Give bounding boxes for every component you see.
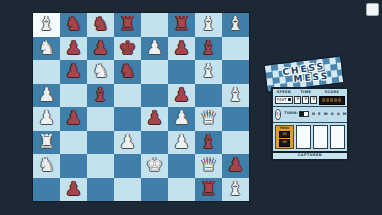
piece-red-king[interactable]: ♚ [119, 38, 136, 57]
square-f8[interactable]: ♜ [168, 13, 195, 37]
square-h3[interactable] [222, 131, 249, 155]
square-f2[interactable] [168, 154, 195, 178]
square-b7[interactable]: ♟ [60, 37, 87, 61]
square-a5[interactable]: ♟ [33, 84, 60, 108]
square-c8[interactable]: ♞ [87, 13, 114, 37]
square-h7[interactable] [222, 37, 249, 61]
square-b1[interactable]: ♟ [60, 178, 87, 202]
piece-red-pawn[interactable]: ♟ [146, 108, 163, 127]
square-c4[interactable] [87, 107, 114, 131]
square-a6[interactable] [33, 60, 60, 84]
square-b2[interactable] [60, 154, 87, 178]
piece-white-pawn[interactable]: ♟ [38, 108, 55, 127]
square-h4[interactable] [222, 107, 249, 131]
square-d5[interactable] [114, 84, 141, 108]
piece-white-queen[interactable]: ♛ [200, 155, 217, 174]
square-c5[interactable]: ♝ [87, 84, 114, 108]
square-d3[interactable]: ♟ [114, 131, 141, 155]
square-f6[interactable] [168, 60, 195, 84]
square-d7[interactable]: ♚ [114, 37, 141, 61]
square-g5[interactable] [195, 84, 222, 108]
turn-label: TURN: [284, 112, 298, 116]
piece-white-bishop[interactable]: ♝ [38, 14, 55, 33]
square-e5[interactable] [141, 84, 168, 108]
piece-white-knight[interactable]: ♞ [38, 38, 55, 57]
score-counter: 00000 [319, 96, 345, 105]
square-e8[interactable] [141, 13, 168, 37]
square-g3[interactable]: ♝ [195, 131, 222, 155]
piece-red-rook[interactable]: ♜ [173, 14, 190, 33]
piece-red-rook[interactable]: ♜ [119, 14, 136, 33]
piece-red-bishop[interactable]: ♝ [200, 38, 217, 57]
turn-indicator: TURN: [284, 111, 309, 117]
square-c7[interactable]: ♟ [87, 37, 114, 61]
piece-red-knight[interactable]: ♞ [92, 14, 109, 33]
square-h1[interactable]: ♝ [222, 178, 249, 202]
square-g8[interactable]: ♝ [195, 13, 222, 37]
speed-dropdown[interactable]: FAST [275, 96, 293, 104]
chevron-down-icon [288, 98, 291, 101]
square-h8[interactable]: ♝ [222, 13, 249, 37]
square-e1[interactable] [141, 178, 168, 202]
piece-white-knight[interactable]: ♞ [38, 155, 55, 174]
restart-button[interactable]: ↻ [275, 109, 281, 120]
square-g4[interactable]: ♛ [195, 107, 222, 131]
piece-red-pawn[interactable]: ♟ [65, 179, 82, 198]
chess-board: ♝♞♞♜♜♝♝♞♟♟♚♟♟♝♟♞♞♝♟♝♟♝♟♟♟♟♛♜♟♟♝♞♚♛♟♟♜♝ [33, 13, 249, 201]
logo-line2: MESS [293, 72, 329, 84]
square-e7[interactable]: ♟ [141, 37, 168, 61]
tray-row: MENU 00 00 [273, 123, 347, 151]
piece-white-pawn[interactable]: ♟ [173, 132, 190, 151]
piece-red-rook[interactable]: ♜ [200, 179, 217, 198]
square-g6[interactable]: ♝ [195, 60, 222, 84]
speed-group: SPEED FAST [275, 91, 293, 104]
square-b5[interactable] [60, 84, 87, 108]
time-label: TIME [300, 91, 311, 95]
settings-button[interactable] [366, 3, 379, 16]
square-c3[interactable] [87, 131, 114, 155]
menu-chip-1[interactable]: 00 [279, 131, 289, 139]
score-label: SCORE [325, 91, 340, 95]
square-b4[interactable]: ♟ [60, 107, 87, 131]
piece-white-pawn[interactable]: ♟ [173, 108, 190, 127]
piece-red-pawn[interactable]: ♟ [173, 85, 190, 104]
piece-white-bishop[interactable]: ♝ [200, 14, 217, 33]
square-a2[interactable]: ♞ [33, 154, 60, 178]
status-row: SPEED FAST TIME 000 SCORE 00000 [273, 89, 347, 107]
piece-white-knight[interactable]: ♞ [92, 61, 109, 80]
square-b6[interactable]: ♟ [60, 60, 87, 84]
square-d6[interactable]: ♞ [114, 60, 141, 84]
piece-white-queen[interactable]: ♛ [200, 108, 217, 127]
piece-red-pawn[interactable]: ♟ [92, 38, 109, 57]
square-h6[interactable] [222, 60, 249, 84]
piece-red-bishop[interactable]: ♝ [92, 85, 109, 104]
time-group: TIME 000 [294, 91, 317, 104]
time-counter: 000 [294, 96, 317, 104]
square-g1[interactable]: ♜ [195, 178, 222, 202]
speed-value: FAST [277, 98, 287, 102]
square-d8[interactable]: ♜ [114, 13, 141, 37]
square-b8[interactable]: ♞ [60, 13, 87, 37]
square-f5[interactable]: ♟ [168, 84, 195, 108]
piece-white-king[interactable]: ♚ [146, 155, 163, 174]
piece-white-bishop[interactable]: ♝ [227, 14, 244, 33]
square-e3[interactable] [141, 131, 168, 155]
square-a4[interactable]: ♟ [33, 107, 60, 131]
app-window: ♝♞♞♜♜♝♝♞♟♟♚♟♟♝♟♞♞♝♟♝♟♝♟♟♟♟♛♜♟♟♝♞♚♛♟♟♜♝ C… [0, 0, 382, 215]
new-game-text[interactable]: N E W G A M E [312, 112, 353, 116]
menu-box[interactable]: MENU 00 00 [275, 125, 294, 149]
piece-white-bishop[interactable]: ♝ [227, 85, 244, 104]
square-f3[interactable]: ♟ [168, 131, 195, 155]
piece-red-knight[interactable]: ♞ [65, 14, 82, 33]
piece-red-bishop[interactable]: ♝ [200, 132, 217, 151]
square-c2[interactable] [87, 154, 114, 178]
turn-toggle[interactable] [299, 111, 309, 117]
square-h5[interactable]: ♝ [222, 84, 249, 108]
speed-label: SPEED [277, 91, 291, 95]
captured-tray: CAPTURED [273, 151, 347, 160]
time-digit-1: 0 [294, 96, 301, 104]
square-e2[interactable]: ♚ [141, 154, 168, 178]
piece-red-pawn[interactable]: ♟ [65, 108, 82, 127]
menu-chip-2[interactable]: 00 [279, 139, 289, 147]
control-panel: SPEED FAST TIME 000 SCORE 00000 ↻ TURN: [271, 87, 349, 161]
piece-white-bishop[interactable]: ♝ [200, 61, 217, 80]
square-d1[interactable] [114, 178, 141, 202]
card-slot-2[interactable] [313, 125, 328, 149]
square-a7[interactable]: ♞ [33, 37, 60, 61]
square-a1[interactable] [33, 178, 60, 202]
piece-white-bishop[interactable]: ♝ [227, 179, 244, 198]
square-a8[interactable]: ♝ [33, 13, 60, 37]
square-d4[interactable] [114, 107, 141, 131]
turn-row: ↻ TURN: N E W G A M E [273, 107, 347, 123]
card-slot-1[interactable] [296, 125, 311, 149]
time-digit-3: 0 [310, 96, 317, 104]
card-slot-3[interactable] [330, 125, 345, 149]
time-digit-2: 0 [302, 96, 309, 104]
score-group: SCORE 00000 [319, 91, 345, 105]
square-c6[interactable]: ♞ [87, 60, 114, 84]
piece-red-pawn[interactable]: ♟ [65, 38, 82, 57]
piece-red-knight[interactable]: ♞ [119, 61, 136, 80]
square-g7[interactable]: ♝ [195, 37, 222, 61]
square-g2[interactable]: ♛ [195, 154, 222, 178]
square-e4[interactable]: ♟ [141, 107, 168, 131]
square-h2[interactable]: ♟ [222, 154, 249, 178]
piece-white-pawn[interactable]: ♟ [146, 38, 163, 57]
square-f1[interactable] [168, 178, 195, 202]
square-e6[interactable] [141, 60, 168, 84]
piece-red-pawn[interactable]: ♟ [65, 61, 82, 80]
captured-label: CAPTURED [298, 154, 322, 158]
piece-white-rook[interactable]: ♜ [38, 132, 55, 151]
menu-title: MENU [280, 127, 290, 130]
piece-white-pawn[interactable]: ♟ [119, 132, 136, 151]
square-d2[interactable] [114, 154, 141, 178]
square-c1[interactable] [87, 178, 114, 202]
piece-white-pawn[interactable]: ♟ [38, 85, 55, 104]
piece-red-pawn[interactable]: ♟ [227, 155, 244, 174]
square-a3[interactable]: ♜ [33, 131, 60, 155]
square-f7[interactable]: ♟ [168, 37, 195, 61]
square-b3[interactable] [60, 131, 87, 155]
square-f4[interactable]: ♟ [168, 107, 195, 131]
piece-red-pawn[interactable]: ♟ [173, 38, 190, 57]
